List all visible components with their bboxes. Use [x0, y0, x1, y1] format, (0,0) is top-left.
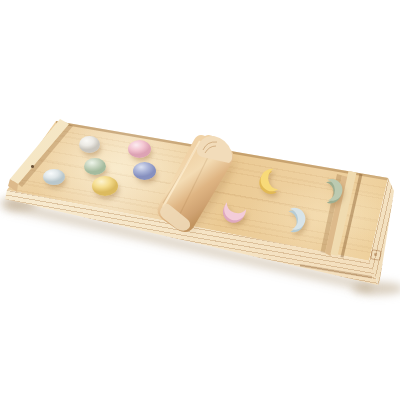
dome-lavender[interactable]: [133, 162, 156, 180]
moon-blue-shape: [276, 203, 308, 235]
brand-stamp-mark: [374, 253, 377, 256]
center-half-cylinder-ridge: [140, 120, 250, 245]
moon-pink[interactable]: [220, 191, 252, 223]
dome-yellow[interactable]: [92, 176, 118, 196]
left-screw-hole: [31, 165, 34, 168]
moon-mint[interactable]: [313, 174, 345, 206]
dome-white[interactable]: [79, 136, 100, 153]
moon-mint-shape: [313, 174, 345, 206]
moon-yellow[interactable]: [258, 163, 291, 196]
moon-pink-shape: [220, 191, 252, 223]
dome-paleblue[interactable]: [43, 169, 65, 185]
brand-stamp: [370, 249, 382, 261]
dome-pink[interactable]: [128, 140, 151, 158]
dome-mint[interactable]: [84, 158, 106, 175]
product-photo-stage: [0, 0, 400, 400]
moon-yellow-shape: [258, 163, 291, 196]
moon-blue[interactable]: [276, 203, 308, 235]
